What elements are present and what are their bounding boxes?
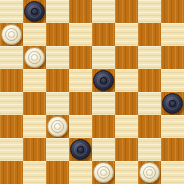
black-man-b8[interactable] — [24, 1, 45, 22]
square-c4[interactable] — [46, 92, 69, 115]
square-b5[interactable] — [23, 69, 46, 92]
square-f5[interactable] — [115, 69, 138, 92]
square-a8[interactable] — [0, 0, 23, 23]
square-b3[interactable] — [23, 115, 46, 138]
square-b7[interactable] — [23, 23, 46, 46]
white-man-b6[interactable] — [24, 47, 45, 68]
square-f1[interactable] — [115, 161, 138, 184]
square-d2[interactable] — [69, 138, 92, 161]
square-h8[interactable] — [161, 0, 184, 23]
square-c1[interactable] — [46, 161, 69, 184]
square-c7[interactable] — [46, 23, 69, 46]
square-h6[interactable] — [161, 46, 184, 69]
square-e4[interactable] — [92, 92, 115, 115]
square-g2[interactable] — [138, 138, 161, 161]
square-d7[interactable] — [69, 23, 92, 46]
square-a7[interactable] — [0, 23, 23, 46]
square-g8[interactable] — [138, 0, 161, 23]
white-man-c3[interactable] — [47, 116, 68, 137]
white-man-e1[interactable] — [93, 162, 114, 183]
square-d4[interactable] — [69, 92, 92, 115]
square-c5[interactable] — [46, 69, 69, 92]
square-a2[interactable] — [0, 138, 23, 161]
square-a6[interactable] — [0, 46, 23, 69]
square-g7[interactable] — [138, 23, 161, 46]
square-c3[interactable] — [46, 115, 69, 138]
square-a3[interactable] — [0, 115, 23, 138]
square-e5[interactable] — [92, 69, 115, 92]
square-f7[interactable] — [115, 23, 138, 46]
square-b2[interactable] — [23, 138, 46, 161]
square-d6[interactable] — [69, 46, 92, 69]
square-f8[interactable] — [115, 0, 138, 23]
square-e6[interactable] — [92, 46, 115, 69]
square-d8[interactable] — [69, 0, 92, 23]
checkers-board — [0, 0, 184, 184]
square-f4[interactable] — [115, 92, 138, 115]
square-f6[interactable] — [115, 46, 138, 69]
square-d5[interactable] — [69, 69, 92, 92]
square-h3[interactable] — [161, 115, 184, 138]
square-g4[interactable] — [138, 92, 161, 115]
square-f3[interactable] — [115, 115, 138, 138]
black-man-h4[interactable] — [162, 93, 183, 114]
square-e8[interactable] — [92, 0, 115, 23]
square-b6[interactable] — [23, 46, 46, 69]
square-e3[interactable] — [92, 115, 115, 138]
square-d3[interactable] — [69, 115, 92, 138]
square-h1[interactable] — [161, 161, 184, 184]
square-b1[interactable] — [23, 161, 46, 184]
square-a5[interactable] — [0, 69, 23, 92]
square-f2[interactable] — [115, 138, 138, 161]
white-man-g1[interactable] — [139, 162, 160, 183]
square-c8[interactable] — [46, 0, 69, 23]
square-e7[interactable] — [92, 23, 115, 46]
square-g3[interactable] — [138, 115, 161, 138]
white-man-a7[interactable] — [1, 24, 22, 45]
square-h7[interactable] — [161, 23, 184, 46]
square-c6[interactable] — [46, 46, 69, 69]
square-h2[interactable] — [161, 138, 184, 161]
square-g1[interactable] — [138, 161, 161, 184]
square-h4[interactable] — [161, 92, 184, 115]
square-g5[interactable] — [138, 69, 161, 92]
square-b4[interactable] — [23, 92, 46, 115]
square-e1[interactable] — [92, 161, 115, 184]
black-man-d2[interactable] — [70, 139, 91, 160]
square-d1[interactable] — [69, 161, 92, 184]
square-h5[interactable] — [161, 69, 184, 92]
square-e2[interactable] — [92, 138, 115, 161]
square-a1[interactable] — [0, 161, 23, 184]
square-a4[interactable] — [0, 92, 23, 115]
square-g6[interactable] — [138, 46, 161, 69]
square-c2[interactable] — [46, 138, 69, 161]
square-b8[interactable] — [23, 0, 46, 23]
black-man-e5[interactable] — [93, 70, 114, 91]
